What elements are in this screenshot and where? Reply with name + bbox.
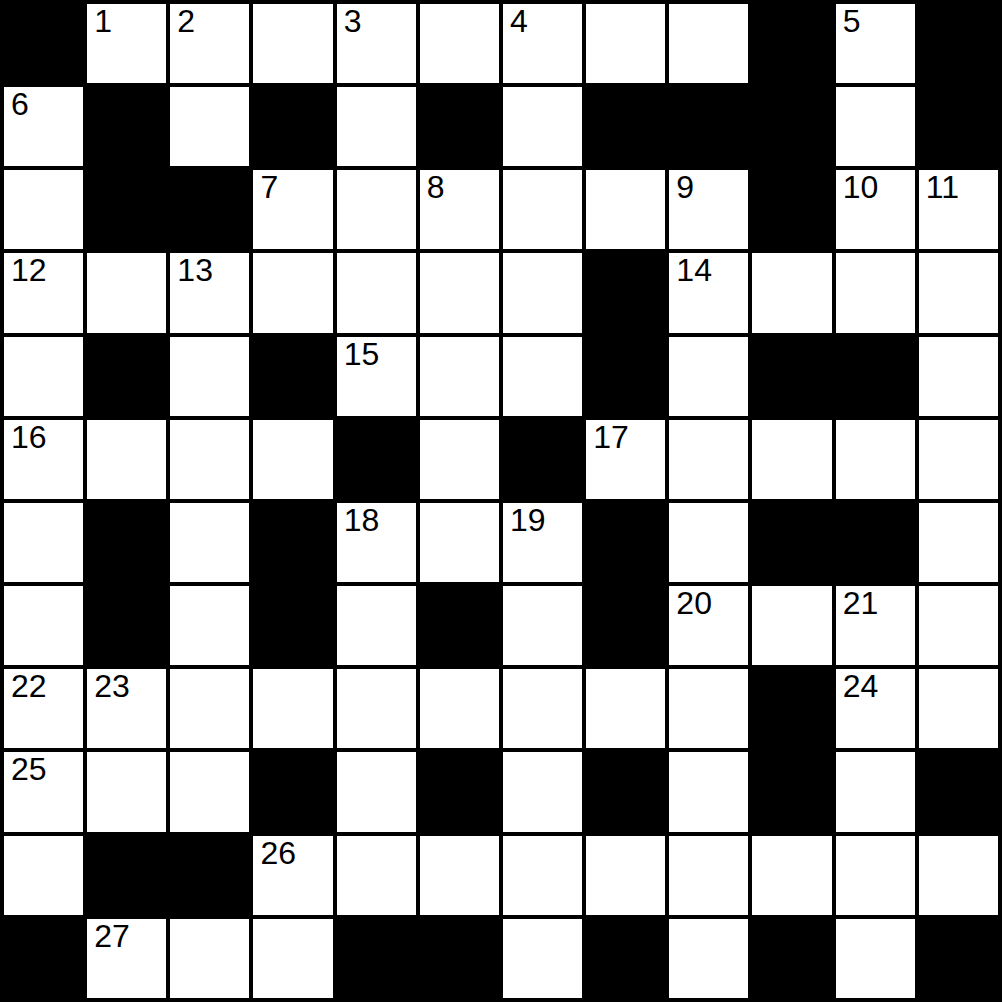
cell-r10c9[interactable] bbox=[752, 836, 831, 915]
cell-r2c8[interactable]: 9 bbox=[669, 170, 748, 249]
black-cell-r10c2 bbox=[170, 836, 249, 915]
black-cell-r2c2 bbox=[170, 170, 249, 249]
cell-r11c3[interactable] bbox=[253, 919, 332, 998]
black-cell-r6c7 bbox=[586, 503, 665, 582]
cell-r10c7[interactable] bbox=[586, 836, 665, 915]
cell-r0c8[interactable] bbox=[669, 4, 748, 83]
cell-r3c8[interactable]: 14 bbox=[669, 253, 748, 332]
clue-number-6: 6 bbox=[11, 88, 29, 122]
cell-r7c11[interactable] bbox=[919, 586, 998, 665]
cell-r2c6[interactable] bbox=[503, 170, 582, 249]
cell-r1c2[interactable] bbox=[170, 87, 249, 166]
cell-r8c11[interactable] bbox=[919, 669, 998, 748]
cell-r11c6[interactable] bbox=[503, 919, 582, 998]
cell-r6c2[interactable] bbox=[170, 503, 249, 582]
cell-r11c1[interactable]: 27 bbox=[87, 919, 166, 998]
clue-number-22: 22 bbox=[11, 670, 47, 704]
cell-r9c0[interactable]: 25 bbox=[4, 752, 83, 831]
black-cell-r11c7 bbox=[586, 919, 665, 998]
cell-r6c0[interactable] bbox=[4, 503, 83, 582]
cell-r2c5[interactable]: 8 bbox=[420, 170, 499, 249]
cell-r4c11[interactable] bbox=[919, 337, 998, 416]
cell-r8c7[interactable] bbox=[586, 669, 665, 748]
cell-r11c10[interactable] bbox=[836, 919, 915, 998]
cell-r5c5[interactable] bbox=[420, 420, 499, 499]
clue-number-18: 18 bbox=[344, 504, 380, 538]
black-cell-r7c3 bbox=[253, 586, 332, 665]
black-cell-r1c1 bbox=[87, 87, 166, 166]
cell-r7c4[interactable] bbox=[337, 586, 416, 665]
black-cell-r0c11 bbox=[919, 4, 998, 83]
clue-number-24: 24 bbox=[843, 670, 879, 704]
clue-number-15: 15 bbox=[344, 338, 380, 372]
clue-number-27: 27 bbox=[94, 920, 130, 954]
cell-r0c1[interactable]: 1 bbox=[87, 4, 166, 83]
black-cell-r2c9 bbox=[752, 170, 831, 249]
clue-number-9: 9 bbox=[676, 171, 694, 205]
cell-r5c1[interactable] bbox=[87, 420, 166, 499]
black-cell-r0c9 bbox=[752, 4, 831, 83]
cell-r4c4[interactable]: 15 bbox=[337, 337, 416, 416]
cell-r10c0[interactable] bbox=[4, 836, 83, 915]
cell-r3c10[interactable] bbox=[836, 253, 915, 332]
cell-r3c3[interactable] bbox=[253, 253, 332, 332]
black-cell-r9c3 bbox=[253, 752, 332, 831]
cell-r10c6[interactable] bbox=[503, 836, 582, 915]
clue-number-21: 21 bbox=[843, 587, 879, 621]
cell-r3c4[interactable] bbox=[337, 253, 416, 332]
black-cell-r1c5 bbox=[420, 87, 499, 166]
cell-r10c4[interactable] bbox=[337, 836, 416, 915]
black-cell-r9c5 bbox=[420, 752, 499, 831]
cell-r2c10[interactable]: 10 bbox=[836, 170, 915, 249]
clue-number-26: 26 bbox=[260, 837, 296, 871]
clue-number-23: 23 bbox=[94, 670, 130, 704]
black-cell-r11c9 bbox=[752, 919, 831, 998]
black-cell-r9c11 bbox=[919, 752, 998, 831]
cell-r7c0[interactable] bbox=[4, 586, 83, 665]
cell-r5c7[interactable]: 17 bbox=[586, 420, 665, 499]
cell-r9c8[interactable] bbox=[669, 752, 748, 831]
cell-r1c0[interactable]: 6 bbox=[4, 87, 83, 166]
clue-number-16: 16 bbox=[11, 421, 47, 455]
cell-r8c5[interactable] bbox=[420, 669, 499, 748]
crossword-grid: 1234567891011121314151617181920212223242… bbox=[0, 0, 1002, 1002]
cell-r7c6[interactable] bbox=[503, 586, 582, 665]
cell-r2c7[interactable] bbox=[586, 170, 665, 249]
cell-r0c2[interactable]: 2 bbox=[170, 4, 249, 83]
black-cell-r1c9 bbox=[752, 87, 831, 166]
black-cell-r7c1 bbox=[87, 586, 166, 665]
black-cell-r1c3 bbox=[253, 87, 332, 166]
clue-number-12: 12 bbox=[11, 254, 47, 288]
black-cell-r1c11 bbox=[919, 87, 998, 166]
clue-number-3: 3 bbox=[344, 5, 362, 39]
cell-r8c8[interactable] bbox=[669, 669, 748, 748]
black-cell-r4c9 bbox=[752, 337, 831, 416]
cell-r7c10[interactable]: 21 bbox=[836, 586, 915, 665]
cell-r9c4[interactable] bbox=[337, 752, 416, 831]
cell-r10c8[interactable] bbox=[669, 836, 748, 915]
black-cell-r11c11 bbox=[919, 919, 998, 998]
clue-number-13: 13 bbox=[177, 254, 213, 288]
cell-r6c4[interactable]: 18 bbox=[337, 503, 416, 582]
cell-r9c10[interactable] bbox=[836, 752, 915, 831]
black-cell-r1c8 bbox=[669, 87, 748, 166]
cell-r4c6[interactable] bbox=[503, 337, 582, 416]
cell-r9c1[interactable] bbox=[87, 752, 166, 831]
cell-r8c4[interactable] bbox=[337, 669, 416, 748]
black-cell-r7c5 bbox=[420, 586, 499, 665]
cell-r10c11[interactable] bbox=[919, 836, 998, 915]
cell-r9c2[interactable] bbox=[170, 752, 249, 831]
cell-r5c11[interactable] bbox=[919, 420, 998, 499]
cell-r8c3[interactable] bbox=[253, 669, 332, 748]
cell-r6c5[interactable] bbox=[420, 503, 499, 582]
black-cell-r10c1 bbox=[87, 836, 166, 915]
cell-r8c1[interactable]: 23 bbox=[87, 669, 166, 748]
cell-r2c3[interactable]: 7 bbox=[253, 170, 332, 249]
black-cell-r2c1 bbox=[87, 170, 166, 249]
cell-r3c1[interactable] bbox=[87, 253, 166, 332]
black-cell-r1c7 bbox=[586, 87, 665, 166]
clue-number-14: 14 bbox=[676, 254, 712, 288]
cell-r6c8[interactable] bbox=[669, 503, 748, 582]
cell-r8c2[interactable] bbox=[170, 669, 249, 748]
black-cell-r11c5 bbox=[420, 919, 499, 998]
black-cell-r3c7 bbox=[586, 253, 665, 332]
cell-r4c2[interactable] bbox=[170, 337, 249, 416]
black-cell-r4c7 bbox=[586, 337, 665, 416]
cell-r4c0[interactable] bbox=[4, 337, 83, 416]
black-cell-r6c3 bbox=[253, 503, 332, 582]
cell-r0c4[interactable]: 3 bbox=[337, 4, 416, 83]
cell-r1c4[interactable] bbox=[337, 87, 416, 166]
cell-r7c8[interactable]: 20 bbox=[669, 586, 748, 665]
clue-number-8: 8 bbox=[427, 171, 445, 205]
black-cell-r7c7 bbox=[586, 586, 665, 665]
cell-r0c5[interactable] bbox=[420, 4, 499, 83]
cell-r0c6[interactable]: 4 bbox=[503, 4, 582, 83]
cell-r8c6[interactable] bbox=[503, 669, 582, 748]
cell-r5c9[interactable] bbox=[752, 420, 831, 499]
cell-r10c5[interactable] bbox=[420, 836, 499, 915]
cell-r1c6[interactable] bbox=[503, 87, 582, 166]
cell-r10c10[interactable] bbox=[836, 836, 915, 915]
cell-r2c11[interactable]: 11 bbox=[919, 170, 998, 249]
cell-r4c5[interactable] bbox=[420, 337, 499, 416]
cell-r10c3[interactable]: 26 bbox=[253, 836, 332, 915]
cell-r4c8[interactable] bbox=[669, 337, 748, 416]
clue-number-19: 19 bbox=[510, 504, 546, 538]
cell-r7c9[interactable] bbox=[752, 586, 831, 665]
black-cell-r6c10 bbox=[836, 503, 915, 582]
black-cell-r6c1 bbox=[87, 503, 166, 582]
cell-r5c2[interactable] bbox=[170, 420, 249, 499]
cell-r5c10[interactable] bbox=[836, 420, 915, 499]
cell-r5c3[interactable] bbox=[253, 420, 332, 499]
cell-r3c9[interactable] bbox=[752, 253, 831, 332]
black-cell-r4c10 bbox=[836, 337, 915, 416]
clue-number-1: 1 bbox=[94, 5, 112, 39]
cell-r6c6[interactable]: 19 bbox=[503, 503, 582, 582]
cell-r11c8[interactable] bbox=[669, 919, 748, 998]
black-cell-r5c6 bbox=[503, 420, 582, 499]
clue-number-5: 5 bbox=[843, 5, 861, 39]
cell-r0c3[interactable] bbox=[253, 4, 332, 83]
clue-number-25: 25 bbox=[11, 753, 47, 787]
cell-r3c2[interactable]: 13 bbox=[170, 253, 249, 332]
clue-number-2: 2 bbox=[177, 5, 195, 39]
cell-r2c0[interactable] bbox=[4, 170, 83, 249]
cell-r3c5[interactable] bbox=[420, 253, 499, 332]
clue-number-17: 17 bbox=[593, 421, 629, 455]
cell-r3c0[interactable]: 12 bbox=[4, 253, 83, 332]
cell-r3c11[interactable] bbox=[919, 253, 998, 332]
clue-number-4: 4 bbox=[510, 5, 528, 39]
black-cell-r4c3 bbox=[253, 337, 332, 416]
cell-r0c10[interactable]: 5 bbox=[836, 4, 915, 83]
cell-r5c0[interactable]: 16 bbox=[4, 420, 83, 499]
cell-r7c2[interactable] bbox=[170, 586, 249, 665]
clue-number-11: 11 bbox=[926, 171, 959, 205]
black-cell-r11c4 bbox=[337, 919, 416, 998]
cell-r11c2[interactable] bbox=[170, 919, 249, 998]
clue-number-20: 20 bbox=[676, 587, 712, 621]
cell-r0c7[interactable] bbox=[586, 4, 665, 83]
cell-r3c6[interactable] bbox=[503, 253, 582, 332]
cell-r5c8[interactable] bbox=[669, 420, 748, 499]
cell-r8c10[interactable]: 24 bbox=[836, 669, 915, 748]
black-cell-r6c9 bbox=[752, 503, 831, 582]
black-cell-r0c0 bbox=[4, 4, 83, 83]
black-cell-r11c0 bbox=[4, 919, 83, 998]
black-cell-r5c4 bbox=[337, 420, 416, 499]
black-cell-r4c1 bbox=[87, 337, 166, 416]
cell-r6c11[interactable] bbox=[919, 503, 998, 582]
cell-r2c4[interactable] bbox=[337, 170, 416, 249]
black-cell-r9c9 bbox=[752, 752, 831, 831]
black-cell-r9c7 bbox=[586, 752, 665, 831]
cell-r9c6[interactable] bbox=[503, 752, 582, 831]
clue-number-10: 10 bbox=[843, 171, 879, 205]
cell-r1c10[interactable] bbox=[836, 87, 915, 166]
black-cell-r8c9 bbox=[752, 669, 831, 748]
cell-r8c0[interactable]: 22 bbox=[4, 669, 83, 748]
clue-number-7: 7 bbox=[260, 171, 278, 205]
